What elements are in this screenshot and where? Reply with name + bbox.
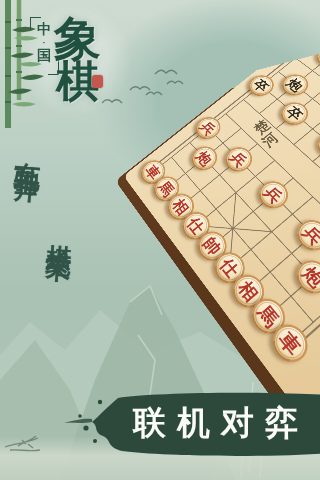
app-logo: 中 · 国 象 棋 — [0, 0, 130, 130]
logo-country-label: 中 · 国 — [35, 21, 53, 64]
slogan-column-2: 棋术绝天下 — [43, 223, 77, 245]
piece-glyph: 炮 — [300, 263, 320, 290]
river-label: 楚河 — [247, 117, 287, 152]
splash-screen: 楚河 車馬象士將士象馬車炮炮卒卒卒卒卒兵兵兵兵兵炮炮車馬相仕帥仕相馬車 — [0, 0, 320, 480]
logo-seal-icon — [92, 75, 103, 88]
slogan-column-1: 车驰马奔 — [12, 140, 49, 163]
piece-glyph: 炮 — [194, 149, 215, 168]
logo-country-char1: 中 — [37, 21, 51, 38]
piece-glyph: 炮 — [284, 76, 305, 93]
piece-glyph: 兵 — [198, 119, 218, 137]
piece-glyph: 馬 — [255, 302, 282, 330]
piece-glyph: 車 — [276, 328, 304, 358]
piece-glyph: 相 — [236, 278, 262, 305]
piece-glyph: 兵 — [300, 223, 320, 248]
piece-glyph: 卒 — [283, 104, 305, 122]
logo-country-char2: 国 — [37, 47, 51, 64]
logo-country-dot: · — [43, 38, 46, 47]
piece-glyph: 兵 — [262, 184, 286, 206]
piece-glyph: 兵 — [228, 149, 250, 169]
play-online-button[interactable]: 联机对弈 — [133, 403, 309, 443]
piece-glyph: 卒 — [251, 77, 271, 94]
